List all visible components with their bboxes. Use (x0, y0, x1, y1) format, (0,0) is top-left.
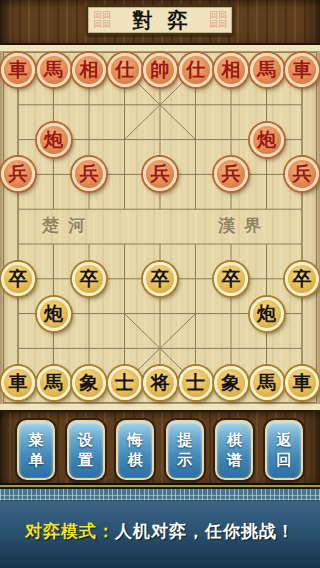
piece-glyph: 馬 (44, 56, 63, 84)
piece-glyph: 卒 (151, 265, 170, 293)
meander-motif-icon: 回回回回 (209, 11, 227, 29)
menu-button-label: 菜单 (28, 430, 44, 470)
piece-glyph: 馬 (257, 369, 276, 397)
black-piece[interactable]: 象 (72, 366, 106, 400)
piece-glyph: 兵 (293, 160, 312, 188)
black-piece[interactable]: 将 (143, 366, 177, 400)
game-record-button[interactable]: 棋谱 (215, 420, 253, 480)
piece-glyph: 象 (222, 369, 241, 397)
piece-glyph: 車 (293, 56, 312, 84)
meander-motif-icon: 回回回回 (93, 11, 111, 29)
xiangqi-board[interactable]: 楚河 漢界 車馬相仕帥仕相馬車炮炮兵兵兵兵兵卒卒卒卒卒炮炮車馬象士将士象馬車 (0, 45, 320, 410)
red-piece[interactable]: 相 (72, 53, 106, 87)
menu-button[interactable]: 菜单 (17, 420, 55, 480)
red-piece[interactable]: 馬 (250, 53, 284, 87)
piece-glyph: 馬 (257, 56, 276, 84)
black-piece[interactable]: 車 (285, 366, 319, 400)
piece-glyph: 車 (9, 369, 28, 397)
red-piece[interactable]: 車 (285, 53, 319, 87)
black-piece[interactable]: 卒 (285, 262, 319, 296)
red-piece[interactable]: 仕 (108, 53, 142, 87)
title-plaque: 回回回回 對弈 回回回回 (86, 5, 234, 35)
piece-glyph: 兵 (222, 160, 241, 188)
piece-glyph: 仕 (115, 56, 134, 84)
piece-glyph: 馬 (44, 369, 63, 397)
back-button-label: 返回 (276, 430, 292, 470)
river-label-left: 楚河 (42, 214, 94, 237)
piece-glyph: 士 (186, 369, 205, 397)
undo-move-button[interactable]: 悔棋 (116, 420, 154, 480)
piece-glyph: 兵 (80, 160, 99, 188)
black-piece[interactable]: 卒 (214, 262, 248, 296)
page-title: 對弈 (111, 7, 209, 34)
settings-button-label: 设置 (78, 430, 94, 470)
piece-glyph: 卒 (9, 265, 28, 293)
hint-button[interactable]: 提示 (166, 420, 204, 480)
red-piece[interactable]: 仕 (179, 53, 213, 87)
piece-glyph: 車 (9, 56, 28, 84)
piece-glyph: 卒 (293, 265, 312, 293)
piece-glyph: 象 (80, 369, 99, 397)
mode-text: 人机对弈，任你挑战！ (115, 522, 295, 541)
red-piece[interactable]: 帥 (143, 53, 177, 87)
piece-glyph: 卒 (222, 265, 241, 293)
meander-motif-glyph: 回 (209, 20, 218, 29)
meander-motif-glyph: 回 (93, 20, 102, 29)
mode-banner: 对弈模式：人机对弈，任你挑战！ (0, 501, 320, 568)
game-record-button-label: 棋谱 (226, 430, 242, 470)
piece-glyph: 炮 (257, 126, 276, 154)
red-piece[interactable]: 相 (214, 53, 248, 87)
black-piece[interactable]: 士 (108, 366, 142, 400)
piece-glyph: 卒 (80, 265, 99, 293)
black-piece[interactable]: 車 (1, 366, 35, 400)
undo-move-button-label: 悔棋 (127, 430, 143, 470)
piece-glyph: 炮 (44, 126, 63, 154)
black-piece[interactable]: 馬 (250, 366, 284, 400)
piece-glyph: 兵 (9, 160, 28, 188)
app-screen: 回回回回 對弈 回回回回 楚河 漢界 車馬相仕帥仕相馬車炮炮兵兵兵兵兵卒卒卒卒卒… (0, 0, 320, 568)
black-piece[interactable]: 卒 (72, 262, 106, 296)
piece-glyph: 相 (222, 56, 241, 84)
black-piece[interactable]: 卒 (143, 262, 177, 296)
back-button[interactable]: 返回 (265, 420, 303, 480)
control-bar: 菜单 设置 悔棋 提示 棋谱 返回 (0, 410, 320, 483)
piece-glyph: 車 (293, 369, 312, 397)
red-piece[interactable]: 馬 (37, 53, 71, 87)
black-piece[interactable]: 炮 (250, 297, 284, 331)
black-piece[interactable]: 炮 (37, 297, 71, 331)
mode-label: 对弈模式： (25, 522, 115, 541)
header: 回回回回 對弈 回回回回 (0, 0, 320, 45)
red-piece[interactable]: 車 (1, 53, 35, 87)
black-piece[interactable]: 象 (214, 366, 248, 400)
black-piece[interactable]: 馬 (37, 366, 71, 400)
piece-glyph: 兵 (151, 160, 170, 188)
piece-glyph: 士 (115, 369, 134, 397)
hint-button-label: 提示 (177, 430, 193, 470)
black-piece[interactable]: 卒 (1, 262, 35, 296)
piece-glyph: 将 (151, 369, 170, 397)
piece-glyph: 炮 (44, 300, 63, 328)
greek-key-border (0, 489, 320, 501)
meander-motif-glyph: 回 (102, 20, 111, 29)
red-piece[interactable]: 炮 (250, 123, 284, 157)
river-label-right: 漢界 (218, 214, 270, 237)
settings-button[interactable]: 设置 (67, 420, 105, 480)
piece-glyph: 仕 (186, 56, 205, 84)
black-piece[interactable]: 士 (179, 366, 213, 400)
piece-glyph: 相 (80, 56, 99, 84)
piece-glyph: 帥 (151, 56, 170, 84)
piece-glyph: 炮 (257, 300, 276, 328)
red-piece[interactable]: 炮 (37, 123, 71, 157)
meander-motif-glyph: 回 (218, 20, 227, 29)
